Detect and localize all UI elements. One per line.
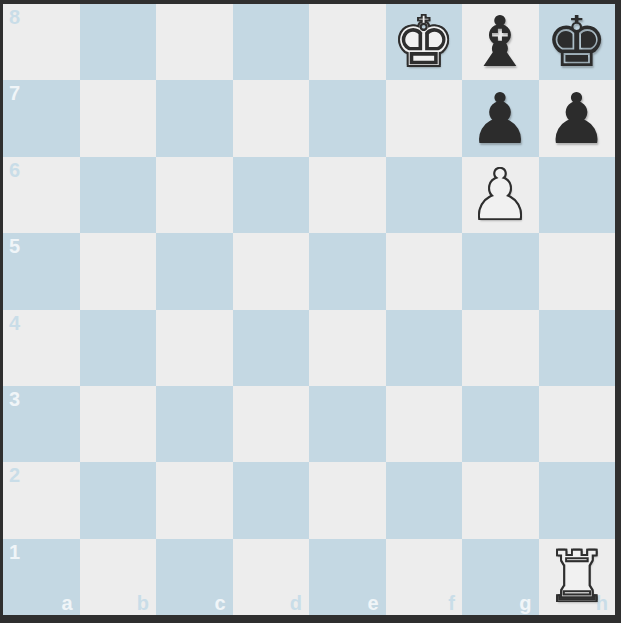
square-c4[interactable] [156, 310, 233, 386]
square-g6[interactable]: ♟ [462, 157, 539, 233]
file-label-f: f [448, 593, 455, 613]
square-a8[interactable]: 8 [3, 4, 80, 80]
square-f2[interactable] [386, 462, 463, 538]
square-c2[interactable] [156, 462, 233, 538]
square-c5[interactable] [156, 233, 233, 309]
rank-label-2: 2 [9, 465, 20, 485]
square-e3[interactable] [309, 386, 386, 462]
square-d2[interactable] [233, 462, 310, 538]
square-a2[interactable]: 2 [3, 462, 80, 538]
rank-label-7: 7 [9, 83, 20, 103]
square-h7[interactable]: ♟ [539, 80, 616, 156]
square-c8[interactable] [156, 4, 233, 80]
square-c3[interactable] [156, 386, 233, 462]
rank-label-1: 1 [9, 542, 20, 562]
square-c1[interactable]: c [156, 539, 233, 615]
square-g1[interactable]: g [462, 539, 539, 615]
square-g3[interactable] [462, 386, 539, 462]
square-b3[interactable] [80, 386, 157, 462]
square-e4[interactable] [309, 310, 386, 386]
piece-black-pawn[interactable]: ♟ [462, 80, 539, 156]
rank-label-4: 4 [9, 313, 20, 333]
square-h3[interactable] [539, 386, 616, 462]
square-a3[interactable]: 3 [3, 386, 80, 462]
square-e7[interactable] [309, 80, 386, 156]
square-a1[interactable]: 1a [3, 539, 80, 615]
square-e8[interactable] [309, 4, 386, 80]
square-b5[interactable] [80, 233, 157, 309]
file-label-e: e [367, 593, 378, 613]
square-g5[interactable] [462, 233, 539, 309]
square-c6[interactable] [156, 157, 233, 233]
square-d6[interactable] [233, 157, 310, 233]
square-g7[interactable]: ♟ [462, 80, 539, 156]
square-h1[interactable]: h♜ [539, 539, 616, 615]
square-f3[interactable] [386, 386, 463, 462]
chess-board-frame: 8♚♝♚7♟♟6♟54321abcdefgh♜ [0, 0, 621, 623]
file-label-a: a [61, 593, 72, 613]
rank-label-6: 6 [9, 160, 20, 180]
rank-label-3: 3 [9, 389, 20, 409]
square-d5[interactable] [233, 233, 310, 309]
file-label-c: c [214, 593, 225, 613]
rank-label-5: 5 [9, 236, 20, 256]
square-b8[interactable] [80, 4, 157, 80]
square-a7[interactable]: 7 [3, 80, 80, 156]
square-d1[interactable]: d [233, 539, 310, 615]
square-d4[interactable] [233, 310, 310, 386]
piece-white-rook[interactable]: ♜ [539, 539, 616, 615]
square-f6[interactable] [386, 157, 463, 233]
square-g2[interactable] [462, 462, 539, 538]
square-b1[interactable]: b [80, 539, 157, 615]
rank-label-8: 8 [9, 7, 20, 27]
square-e6[interactable] [309, 157, 386, 233]
square-a4[interactable]: 4 [3, 310, 80, 386]
square-d7[interactable] [233, 80, 310, 156]
file-label-b: b [137, 593, 149, 613]
square-h8[interactable]: ♚ [539, 4, 616, 80]
square-f5[interactable] [386, 233, 463, 309]
square-h4[interactable] [539, 310, 616, 386]
square-g4[interactable] [462, 310, 539, 386]
square-b2[interactable] [80, 462, 157, 538]
piece-black-pawn[interactable]: ♟ [539, 80, 616, 156]
piece-white-king[interactable]: ♚ [386, 4, 463, 80]
square-a5[interactable]: 5 [3, 233, 80, 309]
square-g8[interactable]: ♝ [462, 4, 539, 80]
square-f8[interactable]: ♚ [386, 4, 463, 80]
square-d3[interactable] [233, 386, 310, 462]
square-e5[interactable] [309, 233, 386, 309]
piece-white-pawn[interactable]: ♟ [462, 157, 539, 233]
chess-board: 8♚♝♚7♟♟6♟54321abcdefgh♜ [3, 4, 615, 615]
square-b6[interactable] [80, 157, 157, 233]
piece-black-king[interactable]: ♚ [539, 4, 616, 80]
file-label-g: g [519, 593, 531, 613]
square-a6[interactable]: 6 [3, 157, 80, 233]
piece-black-bishop[interactable]: ♝ [462, 4, 539, 80]
square-h5[interactable] [539, 233, 616, 309]
square-f4[interactable] [386, 310, 463, 386]
file-label-d: d [290, 593, 302, 613]
square-c7[interactable] [156, 80, 233, 156]
square-h6[interactable] [539, 157, 616, 233]
square-d8[interactable] [233, 4, 310, 80]
square-e1[interactable]: e [309, 539, 386, 615]
square-b7[interactable] [80, 80, 157, 156]
square-f7[interactable] [386, 80, 463, 156]
square-f1[interactable]: f [386, 539, 463, 615]
square-e2[interactable] [309, 462, 386, 538]
square-h2[interactable] [539, 462, 616, 538]
square-b4[interactable] [80, 310, 157, 386]
